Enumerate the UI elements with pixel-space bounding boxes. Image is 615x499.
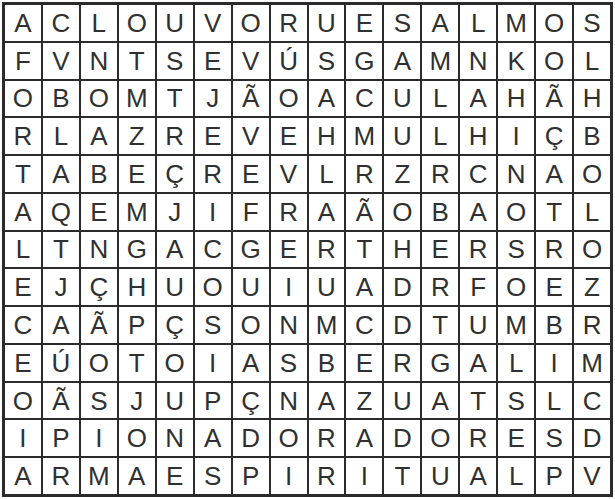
grid-cell-r11c6[interactable]: P — [195, 383, 231, 419]
grid-cell-r12c4[interactable]: O — [119, 420, 155, 456]
grid-cell-r13c9[interactable]: R — [309, 458, 345, 494]
grid-cell-r6c8[interactable]: R — [271, 194, 307, 230]
grid-cell-r9c4[interactable]: P — [119, 307, 155, 343]
grid-cell-r8c13[interactable]: F — [460, 269, 496, 305]
grid-cell-r7c4[interactable]: G — [119, 232, 155, 268]
grid-cell-r12c16[interactable]: D — [574, 420, 610, 456]
grid-cell-r11c8[interactable]: N — [271, 383, 307, 419]
grid-cell-r10c16[interactable]: M — [574, 345, 610, 381]
grid-cell-r12c13[interactable]: R — [460, 420, 496, 456]
grid-cell-r1c14[interactable]: M — [498, 5, 534, 41]
grid-cell-r5c8[interactable]: V — [271, 156, 307, 192]
grid-cell-r4c1[interactable]: R — [5, 118, 41, 154]
grid-cell-r2c8[interactable]: Ú — [271, 43, 307, 79]
grid-cell-r6c13[interactable]: A — [460, 194, 496, 230]
grid-cell-r13c6[interactable]: S — [195, 458, 231, 494]
grid-cell-r11c3[interactable]: S — [81, 383, 117, 419]
grid-cell-r3c14[interactable]: H — [498, 81, 534, 117]
grid-cell-r2c6[interactable]: E — [195, 43, 231, 79]
grid-cell-r7c1[interactable]: L — [5, 232, 41, 268]
grid-cell-r8c10[interactable]: A — [346, 269, 382, 305]
grid-cell-r3c8[interactable]: O — [271, 81, 307, 117]
grid-cell-r4c6[interactable]: E — [195, 118, 231, 154]
grid-cell-r13c1[interactable]: A — [5, 458, 41, 494]
grid-cell-r9c9[interactable]: M — [309, 307, 345, 343]
grid-cell-r5c2[interactable]: A — [43, 156, 79, 192]
grid-cell-r4c9[interactable]: H — [309, 118, 345, 154]
grid-cell-r1c12[interactable]: A — [422, 5, 458, 41]
grid-cell-r4c14[interactable]: I — [498, 118, 534, 154]
grid-cell-r4c3[interactable]: A — [81, 118, 117, 154]
grid-cell-r2c13[interactable]: N — [460, 43, 496, 79]
grid-cell-r10c5[interactable]: O — [157, 345, 193, 381]
grid-cell-r9c2[interactable]: A — [43, 307, 79, 343]
grid-cell-r12c9[interactable]: R — [309, 420, 345, 456]
grid-cell-r12c15[interactable]: S — [536, 420, 572, 456]
grid-cell-r1c2[interactable]: C — [43, 5, 79, 41]
grid-cell-r6c14[interactable]: O — [498, 194, 534, 230]
grid-cell-r5c4[interactable]: E — [119, 156, 155, 192]
grid-cell-r6c2[interactable]: Q — [43, 194, 79, 230]
grid-cell-r4c13[interactable]: H — [460, 118, 496, 154]
grid-cell-r6c16[interactable]: L — [574, 194, 610, 230]
word-search-grid: ACLOUVORUESALMOSFVNTSEVÚSGAMNKOLOBOMTJÃO… — [2, 2, 613, 497]
grid-cell-r10c9[interactable]: B — [309, 345, 345, 381]
grid-cell-r7c2[interactable]: T — [43, 232, 79, 268]
grid-cell-r11c11[interactable]: U — [384, 383, 420, 419]
grid-cell-r11c13[interactable]: T — [460, 383, 496, 419]
grid-cell-r8c1[interactable]: E — [5, 269, 41, 305]
grid-cell-r9c16[interactable]: R — [574, 307, 610, 343]
grid-cell-r11c1[interactable]: O — [5, 383, 41, 419]
grid-cell-r7c3[interactable]: N — [81, 232, 117, 268]
grid-cell-r12c1[interactable]: I — [5, 420, 41, 456]
grid-cell-r10c1[interactable]: E — [5, 345, 41, 381]
grid-cell-r4c8[interactable]: E — [271, 118, 307, 154]
grid-cell-r2c15[interactable]: O — [536, 43, 572, 79]
grid-cell-r3c5[interactable]: T — [157, 81, 193, 117]
grid-cell-r5c3[interactable]: B — [81, 156, 117, 192]
grid-cell-r10c7[interactable]: A — [233, 345, 269, 381]
grid-cell-r9c8[interactable]: N — [271, 307, 307, 343]
grid-cell-r10c10[interactable]: E — [346, 345, 382, 381]
grid-cell-r2c3[interactable]: N — [81, 43, 117, 79]
grid-cell-r10c12[interactable]: G — [422, 345, 458, 381]
grid-cell-r8c2[interactable]: J — [43, 269, 79, 305]
grid-cell-r7c14[interactable]: S — [498, 232, 534, 268]
grid-cell-r13c15[interactable]: P — [536, 458, 572, 494]
grid-cell-r7c12[interactable]: E — [422, 232, 458, 268]
grid-cell-r1c7[interactable]: O — [233, 5, 269, 41]
grid-cell-r7c9[interactable]: R — [309, 232, 345, 268]
grid-cell-r5c6[interactable]: R — [195, 156, 231, 192]
grid-cell-r8c9[interactable]: U — [309, 269, 345, 305]
page: ACLOUVORUESALMOSFVNTSEVÚSGAMNKOLOBOMTJÃO… — [0, 0, 615, 499]
grid-cell-r10c4[interactable]: T — [119, 345, 155, 381]
grid-cell-r5c5[interactable]: Ç — [157, 156, 193, 192]
grid-cell-r13c12[interactable]: U — [422, 458, 458, 494]
grid-cell-r9c15[interactable]: B — [536, 307, 572, 343]
grid-cell-r11c12[interactable]: A — [422, 383, 458, 419]
grid-cell-r3c15[interactable]: Ã — [536, 81, 572, 117]
grid-cell-r5c1[interactable]: T — [5, 156, 41, 192]
grid-cell-r3c7[interactable]: Ã — [233, 81, 269, 117]
grid-cell-r3c9[interactable]: A — [309, 81, 345, 117]
grid-cell-r2c12[interactable]: M — [422, 43, 458, 79]
grid-cell-r12c2[interactable]: P — [43, 420, 79, 456]
grid-cell-r7c7[interactable]: G — [233, 232, 269, 268]
grid-cell-r7c5[interactable]: A — [157, 232, 193, 268]
grid-cell-r11c10[interactable]: Z — [346, 383, 382, 419]
grid-cell-r4c16[interactable]: B — [574, 118, 610, 154]
grid-cell-r6c15[interactable]: T — [536, 194, 572, 230]
grid-cell-r12c14[interactable]: E — [498, 420, 534, 456]
grid-cell-r11c16[interactable]: C — [574, 383, 610, 419]
grid-cell-r10c8[interactable]: S — [271, 345, 307, 381]
grid-cell-r3c2[interactable]: B — [43, 81, 79, 117]
grid-cell-r3c11[interactable]: U — [384, 81, 420, 117]
grid-cell-r8c11[interactable]: D — [384, 269, 420, 305]
grid-cell-r2c16[interactable]: L — [574, 43, 610, 79]
grid-cell-r9c11[interactable]: D — [384, 307, 420, 343]
grid-cell-r6c7[interactable]: F — [233, 194, 269, 230]
grid-cell-r11c5[interactable]: U — [157, 383, 193, 419]
grid-cell-r2c11[interactable]: A — [384, 43, 420, 79]
grid-cell-r5c7[interactable]: E — [233, 156, 269, 192]
grid-cell-r9c1[interactable]: C — [5, 307, 41, 343]
grid-cell-r6c4[interactable]: M — [119, 194, 155, 230]
grid-cell-r12c5[interactable]: N — [157, 420, 193, 456]
grid-cell-r8c12[interactable]: R — [422, 269, 458, 305]
grid-cell-r3c13[interactable]: A — [460, 81, 496, 117]
grid-cell-r13c5[interactable]: E — [157, 458, 193, 494]
grid-cell-r3c6[interactable]: J — [195, 81, 231, 117]
grid-cell-r1c4[interactable]: O — [119, 5, 155, 41]
grid-cell-r5c15[interactable]: A — [536, 156, 572, 192]
grid-cell-r7c8[interactable]: E — [271, 232, 307, 268]
grid-cell-r4c7[interactable]: V — [233, 118, 269, 154]
grid-cell-r2c2[interactable]: V — [43, 43, 79, 79]
grid-cell-r12c12[interactable]: O — [422, 420, 458, 456]
grid-cell-r4c4[interactable]: Z — [119, 118, 155, 154]
grid-cell-r10c14[interactable]: L — [498, 345, 534, 381]
grid-cell-r13c11[interactable]: T — [384, 458, 420, 494]
grid-cell-r12c3[interactable]: I — [81, 420, 117, 456]
grid-cell-r9c5[interactable]: Ç — [157, 307, 193, 343]
grid-cell-r6c9[interactable]: A — [309, 194, 345, 230]
grid-cell-r2c10[interactable]: G — [346, 43, 382, 79]
grid-cell-r2c4[interactable]: T — [119, 43, 155, 79]
grid-cell-r1c13[interactable]: L — [460, 5, 496, 41]
grid-cell-r3c4[interactable]: M — [119, 81, 155, 117]
grid-cell-r1c15[interactable]: O — [536, 5, 572, 41]
grid-cell-r9c14[interactable]: M — [498, 307, 534, 343]
grid-cell-r9c12[interactable]: T — [422, 307, 458, 343]
grid-cell-r11c2[interactable]: Ã — [43, 383, 79, 419]
grid-cell-r13c7[interactable]: P — [233, 458, 269, 494]
grid-cell-r3c16[interactable]: H — [574, 81, 610, 117]
grid-cell-r5c11[interactable]: Z — [384, 156, 420, 192]
grid-cell-r8c6[interactable]: O — [195, 269, 231, 305]
grid-cell-r3c3[interactable]: O — [81, 81, 117, 117]
grid-cell-r5c9[interactable]: L — [309, 156, 345, 192]
grid-cell-r10c13[interactable]: A — [460, 345, 496, 381]
grid-cell-r5c12[interactable]: R — [422, 156, 458, 192]
grid-cell-r8c14[interactable]: O — [498, 269, 534, 305]
grid-cell-r9c6[interactable]: S — [195, 307, 231, 343]
grid-cell-r3c10[interactable]: C — [346, 81, 382, 117]
grid-cell-r2c1[interactable]: F — [5, 43, 41, 79]
grid-cell-r13c16[interactable]: V — [574, 458, 610, 494]
grid-cell-r10c2[interactable]: Ú — [43, 345, 79, 381]
grid-cell-r10c11[interactable]: R — [384, 345, 420, 381]
grid-cell-r6c3[interactable]: E — [81, 194, 117, 230]
grid-cell-r1c8[interactable]: R — [271, 5, 307, 41]
grid-cell-r2c9[interactable]: S — [309, 43, 345, 79]
grid-cell-r8c3[interactable]: Ç — [81, 269, 117, 305]
grid-cell-r8c5[interactable]: U — [157, 269, 193, 305]
grid-cell-r9c13[interactable]: U — [460, 307, 496, 343]
grid-cell-r11c7[interactable]: Ç — [233, 383, 269, 419]
grid-cell-r1c6[interactable]: V — [195, 5, 231, 41]
grid-cell-r6c1[interactable]: A — [5, 194, 41, 230]
grid-cell-r12c7[interactable]: D — [233, 420, 269, 456]
grid-cell-r1c1[interactable]: A — [5, 5, 41, 41]
grid-cell-r13c8[interactable]: I — [271, 458, 307, 494]
grid-cell-r11c9[interactable]: A — [309, 383, 345, 419]
grid-cell-r9c10[interactable]: C — [346, 307, 382, 343]
grid-cell-r4c15[interactable]: Ç — [536, 118, 572, 154]
grid-cell-r8c8[interactable]: I — [271, 269, 307, 305]
grid-cell-r13c4[interactable]: A — [119, 458, 155, 494]
grid-cell-r13c2[interactable]: R — [43, 458, 79, 494]
grid-cell-r4c12[interactable]: L — [422, 118, 458, 154]
grid-cell-r11c4[interactable]: J — [119, 383, 155, 419]
grid-cell-r7c11[interactable]: H — [384, 232, 420, 268]
grid-cell-r1c16[interactable]: S — [574, 5, 610, 41]
grid-cell-r12c11[interactable]: D — [384, 420, 420, 456]
grid-cell-r6c6[interactable]: I — [195, 194, 231, 230]
grid-cell-r1c5[interactable]: U — [157, 5, 193, 41]
grid-cell-r4c5[interactable]: R — [157, 118, 193, 154]
grid-cell-r6c11[interactable]: O — [384, 194, 420, 230]
grid-cell-r5c10[interactable]: R — [346, 156, 382, 192]
grid-cell-r8c15[interactable]: E — [536, 269, 572, 305]
grid-cell-r2c7[interactable]: V — [233, 43, 269, 79]
grid-cell-r9c7[interactable]: O — [233, 307, 269, 343]
grid-cell-r10c15[interactable]: I — [536, 345, 572, 381]
grid-cell-r5c13[interactable]: C — [460, 156, 496, 192]
grid-cell-r8c16[interactable]: Z — [574, 269, 610, 305]
grid-cell-r5c14[interactable]: N — [498, 156, 534, 192]
grid-cell-r6c5[interactable]: J — [157, 194, 193, 230]
grid-cell-r1c10[interactable]: E — [346, 5, 382, 41]
grid-cell-r9c3[interactable]: Ã — [81, 307, 117, 343]
grid-cell-r1c3[interactable]: L — [81, 5, 117, 41]
grid-cell-r13c13[interactable]: A — [460, 458, 496, 494]
grid-cell-r2c5[interactable]: S — [157, 43, 193, 79]
grid-cell-r4c11[interactable]: U — [384, 118, 420, 154]
grid-cell-r10c6[interactable]: I — [195, 345, 231, 381]
grid-cell-r8c7[interactable]: U — [233, 269, 269, 305]
grid-cell-r8c4[interactable]: H — [119, 269, 155, 305]
grid-cell-r10c3[interactable]: O — [81, 345, 117, 381]
grid-cell-r6c10[interactable]: Ã — [346, 194, 382, 230]
grid-cell-r5c16[interactable]: O — [574, 156, 610, 192]
grid-cell-r7c10[interactable]: T — [346, 232, 382, 268]
grid-cell-r3c12[interactable]: L — [422, 81, 458, 117]
grid-cell-r7c6[interactable]: C — [195, 232, 231, 268]
grid-cell-r3c1[interactable]: O — [5, 81, 41, 117]
grid-cell-r13c3[interactable]: M — [81, 458, 117, 494]
grid-cell-r1c11[interactable]: S — [384, 5, 420, 41]
grid-cell-r11c14[interactable]: S — [498, 383, 534, 419]
grid-cell-r2c14[interactable]: K — [498, 43, 534, 79]
grid-cell-r13c10[interactable]: I — [346, 458, 382, 494]
grid-cell-r12c10[interactable]: A — [346, 420, 382, 456]
grid-cell-r11c15[interactable]: L — [536, 383, 572, 419]
grid-cell-r1c9[interactable]: U — [309, 5, 345, 41]
grid-cell-r7c13[interactable]: R — [460, 232, 496, 268]
grid-cell-r6c12[interactable]: B — [422, 194, 458, 230]
grid-cell-r7c15[interactable]: R — [536, 232, 572, 268]
grid-cell-r7c16[interactable]: O — [574, 232, 610, 268]
grid-cell-r12c8[interactable]: O — [271, 420, 307, 456]
grid-cell-r13c14[interactable]: L — [498, 458, 534, 494]
grid-cell-r4c10[interactable]: M — [346, 118, 382, 154]
grid-cell-r12c6[interactable]: A — [195, 420, 231, 456]
grid-cell-r4c2[interactable]: L — [43, 118, 79, 154]
